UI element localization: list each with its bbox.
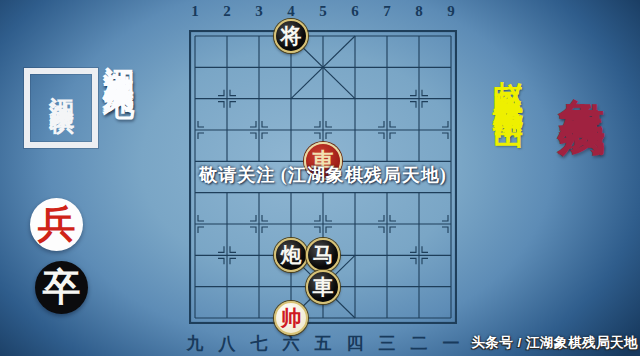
piece-black-horse[interactable]: 马 [306,238,340,272]
file-label: 八 [211,332,243,355]
black-pawn-badge: 卒 [35,261,88,314]
file-label: 1 [179,3,211,20]
file-label: 四 [339,332,371,355]
piece-black-chariot[interactable]: 車 [306,270,340,304]
file-label: 二 [403,332,435,355]
puzzle-subtitle-vertical: 赵匡胤赌棋输华山 [487,58,528,340]
poster-canvas: 江湖象棋 江湖象棋残局天地 兵 卒 123456789 九八七六五四三二一 将車… [0,0,640,356]
file-label: 6 [339,3,371,20]
file-label: 8 [403,3,435,20]
xiangqi-board: 123456789 九八七六五四三二一 将車炮马車帅 敬请关注 (江湖象棋残局天… [179,20,467,334]
left-vertical-title: 江湖象棋残局天地 [97,42,139,328]
file-label: 2 [211,3,243,20]
piece-black-general[interactable]: 将 [274,19,308,53]
red-pawn-char: 兵 [38,199,76,250]
file-label: 六 [275,332,307,355]
river-watermark-text: 敬请关注 (江湖象棋残局天地) [163,163,483,187]
file-label: 五 [307,332,339,355]
file-label: 9 [435,3,467,20]
file-label: 九 [179,332,211,355]
file-label: 5 [307,3,339,20]
file-label: 4 [275,3,307,20]
file-labels-top: 123456789 [179,3,467,20]
black-pawn-char: 卒 [43,262,81,313]
file-label: 三 [371,332,403,355]
channel-seal-text: 江湖象棋 [46,77,76,139]
file-label: 一 [435,332,467,355]
file-labels-bottom: 九八七六五四三二一 [179,332,467,355]
piece-red-general[interactable]: 帅 [274,301,308,335]
channel-credit: 头条号 / 江湖象棋残局天地 [471,334,638,352]
file-label: 3 [243,3,275,20]
file-label: 7 [371,3,403,20]
file-label: 七 [243,332,275,355]
series-title-vertical: 象棋残局 [551,60,614,272]
piece-black-cannon[interactable]: 炮 [274,238,308,272]
channel-seal-logo: 江湖象棋 [24,68,98,148]
red-pawn-badge: 兵 [30,198,83,251]
